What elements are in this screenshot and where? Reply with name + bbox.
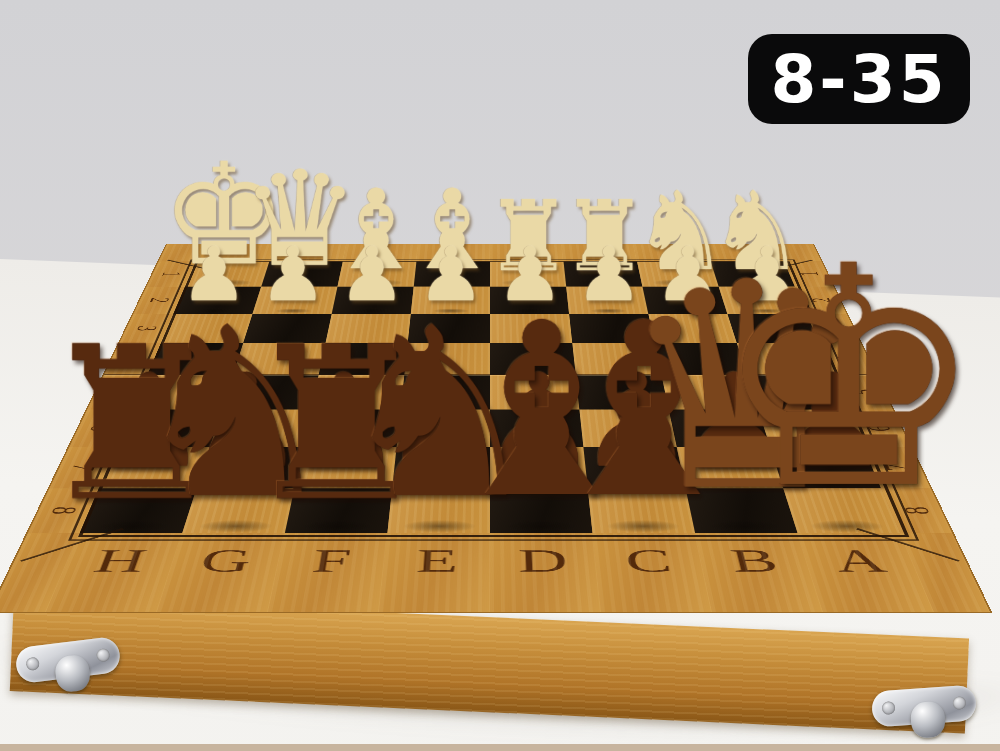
board-frame-top bbox=[777, 244, 821, 261]
piece-shadow bbox=[501, 279, 556, 286]
file-label-B: B bbox=[695, 533, 823, 612]
rank-label: 3 bbox=[130, 326, 164, 331]
piece-shadow bbox=[516, 480, 562, 488]
piece-shadow bbox=[274, 308, 312, 313]
square-H5 bbox=[133, 375, 233, 409]
file-label-H: H bbox=[46, 533, 182, 612]
rank-label: 4 bbox=[829, 356, 865, 361]
piece-shadow bbox=[511, 308, 548, 313]
piece-shadow bbox=[223, 480, 271, 488]
square-A8: ♚ bbox=[783, 488, 900, 533]
file-label-G: G bbox=[157, 533, 285, 612]
piece-shadow bbox=[353, 308, 391, 313]
piece-shadow bbox=[195, 308, 234, 313]
square-B6 bbox=[669, 410, 770, 448]
piece-shadow bbox=[668, 308, 706, 313]
file-label-C: C bbox=[593, 533, 712, 612]
chess-set-product-photo: 1♚♛♝♝♜♜♞♞12♟♟♟♟♟♟♟♟2334455667♟♟♟♟♟♟♟♟78♜… bbox=[0, 0, 1000, 751]
board-frame-top bbox=[633, 244, 710, 261]
square-F4 bbox=[319, 343, 408, 375]
board-frame-top bbox=[562, 244, 637, 261]
board-frame-top bbox=[705, 244, 784, 261]
clasp-screw-icon bbox=[952, 696, 966, 710]
rank-label: 7 bbox=[63, 464, 104, 471]
rank-label: 5 bbox=[99, 389, 136, 395]
file-label-A: A bbox=[798, 533, 934, 612]
square-H7: ♟ bbox=[99, 447, 210, 488]
square-G7: ♟ bbox=[197, 447, 304, 488]
file-label: G bbox=[197, 545, 255, 578]
square-C3 bbox=[569, 314, 654, 343]
file-label-D: D bbox=[490, 533, 601, 612]
square-D1: ♜ bbox=[490, 261, 566, 286]
square-B8: ♛ bbox=[686, 488, 798, 533]
file-label: C bbox=[623, 545, 674, 578]
rank-label: 4 bbox=[115, 356, 151, 361]
square-C2: ♟ bbox=[566, 287, 648, 314]
square-C5 bbox=[576, 375, 669, 409]
square-E6 bbox=[397, 410, 490, 448]
square-E8: ♞ bbox=[387, 488, 490, 533]
square-G1: ♛ bbox=[261, 261, 343, 286]
square-H6 bbox=[116, 410, 221, 448]
square-A7: ♟ bbox=[770, 447, 881, 488]
clasp-screw-icon bbox=[96, 648, 110, 662]
piece-shadow bbox=[504, 520, 578, 533]
piece-light-bishop: ♝ bbox=[326, 175, 425, 285]
square-C7: ♟ bbox=[583, 447, 685, 488]
piece-shadow bbox=[196, 279, 253, 286]
rank-label: 2 bbox=[804, 298, 837, 303]
square-B3 bbox=[648, 314, 737, 343]
board-frame-top bbox=[269, 244, 346, 261]
table-front-edge bbox=[0, 744, 1000, 751]
piece-shadow bbox=[424, 279, 479, 286]
square-D3 bbox=[490, 314, 572, 343]
square-A6 bbox=[758, 410, 863, 448]
square-F8: ♜ bbox=[285, 488, 392, 533]
square-D5 bbox=[490, 375, 579, 409]
piece-shadow bbox=[272, 279, 329, 286]
file-label: D bbox=[518, 545, 569, 578]
metal-clasp-right bbox=[871, 684, 977, 727]
piece-shadow bbox=[605, 520, 680, 533]
file-label-F: F bbox=[268, 533, 387, 612]
square-C4 bbox=[572, 343, 661, 375]
rank-label: 1 bbox=[156, 272, 188, 276]
square-G3 bbox=[243, 314, 332, 343]
piece-light-rook: ♜ bbox=[560, 187, 648, 285]
rank-label-right-7: 7 bbox=[864, 447, 931, 488]
piece-shadow bbox=[589, 308, 627, 313]
square-G6 bbox=[210, 410, 311, 448]
piece-shadow bbox=[418, 480, 464, 488]
square-F7: ♟ bbox=[294, 447, 396, 488]
square-D6 bbox=[490, 410, 583, 448]
square-E1: ♝ bbox=[414, 261, 490, 286]
square-H4 bbox=[147, 343, 243, 375]
square-B5 bbox=[661, 375, 758, 409]
square-F2: ♟ bbox=[332, 287, 414, 314]
square-A4 bbox=[737, 343, 833, 375]
file-label-E: E bbox=[379, 533, 490, 612]
file-label: B bbox=[727, 545, 781, 578]
badge-text: 8-35 bbox=[770, 41, 947, 118]
square-F1: ♝ bbox=[337, 261, 416, 286]
square-H2: ♟ bbox=[173, 287, 261, 314]
piece-shadow bbox=[402, 520, 476, 533]
rank-label-right-8: 8 bbox=[881, 488, 952, 533]
rank-label: 7 bbox=[876, 464, 917, 471]
piece-shadow bbox=[613, 480, 660, 488]
rank-label: 6 bbox=[82, 425, 121, 431]
piece-shadow bbox=[94, 520, 172, 533]
square-G2: ♟ bbox=[253, 287, 338, 314]
piece-shadow bbox=[651, 279, 708, 286]
piece-shadow bbox=[348, 279, 404, 286]
square-E2: ♟ bbox=[411, 287, 490, 314]
piece-shadow bbox=[808, 520, 886, 533]
square-E5 bbox=[401, 375, 490, 409]
rank-label-left-8: 8 bbox=[28, 488, 99, 533]
square-A3 bbox=[727, 314, 819, 343]
square-A2: ♟ bbox=[719, 287, 807, 314]
board-frame-corner bbox=[900, 533, 990, 612]
square-C8: ♝ bbox=[588, 488, 695, 533]
piece-shadow bbox=[321, 480, 368, 488]
file-label: F bbox=[310, 545, 353, 578]
square-E7: ♟ bbox=[392, 447, 490, 488]
rank-label: 3 bbox=[816, 326, 850, 331]
board-frame-corner bbox=[0, 533, 80, 612]
piece-shadow bbox=[125, 480, 173, 488]
listing-number-badge: 8-35 bbox=[748, 34, 970, 124]
square-F5 bbox=[311, 375, 404, 409]
rank-label: 8 bbox=[894, 506, 937, 514]
square-D4 bbox=[490, 343, 576, 375]
clasp-screw-icon bbox=[882, 701, 896, 715]
file-label: H bbox=[89, 545, 151, 578]
piece-shadow bbox=[727, 279, 784, 286]
square-E3 bbox=[408, 314, 490, 343]
board-frame-top bbox=[490, 244, 564, 261]
piece-light-rook: ♜ bbox=[484, 187, 572, 285]
rank-label: 2 bbox=[143, 298, 176, 303]
square-A5 bbox=[747, 375, 847, 409]
file-label: E bbox=[415, 545, 459, 578]
piece-shadow bbox=[197, 520, 274, 533]
square-F6 bbox=[303, 410, 400, 448]
square-H1: ♚ bbox=[185, 261, 269, 286]
piece-light-bishop: ♝ bbox=[402, 175, 501, 285]
square-B1: ♞ bbox=[637, 261, 719, 286]
square-B4 bbox=[655, 343, 747, 375]
piece-shadow bbox=[710, 480, 758, 488]
folding-seam bbox=[104, 374, 876, 375]
board-frame-top bbox=[196, 244, 275, 261]
square-F3 bbox=[325, 314, 410, 343]
piece-shadow bbox=[706, 520, 783, 533]
square-G8: ♞ bbox=[182, 488, 294, 533]
square-C1: ♜ bbox=[564, 261, 643, 286]
square-B7: ♟ bbox=[677, 447, 784, 488]
rank-label: 8 bbox=[43, 506, 86, 514]
chess-board-grid: 1♚♛♝♝♜♜♞♞12♟♟♟♟♟♟♟♟2334455667♟♟♟♟♟♟♟♟78♜… bbox=[0, 244, 990, 612]
piece-shadow bbox=[747, 308, 786, 313]
board-frame-top bbox=[416, 244, 490, 261]
rank-label: 5 bbox=[843, 389, 880, 395]
piece-shadow bbox=[299, 520, 374, 533]
clasp-screw-icon bbox=[25, 657, 39, 671]
square-D7: ♟ bbox=[490, 447, 588, 488]
square-C6 bbox=[579, 410, 676, 448]
board-frame-top bbox=[343, 244, 418, 261]
file-label: A bbox=[829, 545, 891, 578]
rank-label: 1 bbox=[793, 272, 825, 276]
piece-shadow bbox=[576, 279, 632, 286]
square-D8: ♝ bbox=[490, 488, 593, 533]
square-D2: ♟ bbox=[490, 287, 569, 314]
rank-label: 6 bbox=[859, 425, 898, 431]
square-H3 bbox=[161, 314, 253, 343]
square-G4 bbox=[233, 343, 325, 375]
piece-shadow bbox=[806, 480, 854, 488]
piece-shadow bbox=[432, 308, 469, 313]
square-E4 bbox=[404, 343, 490, 375]
square-H8: ♜ bbox=[80, 488, 197, 533]
square-G5 bbox=[222, 375, 319, 409]
square-B2: ♟ bbox=[643, 287, 728, 314]
